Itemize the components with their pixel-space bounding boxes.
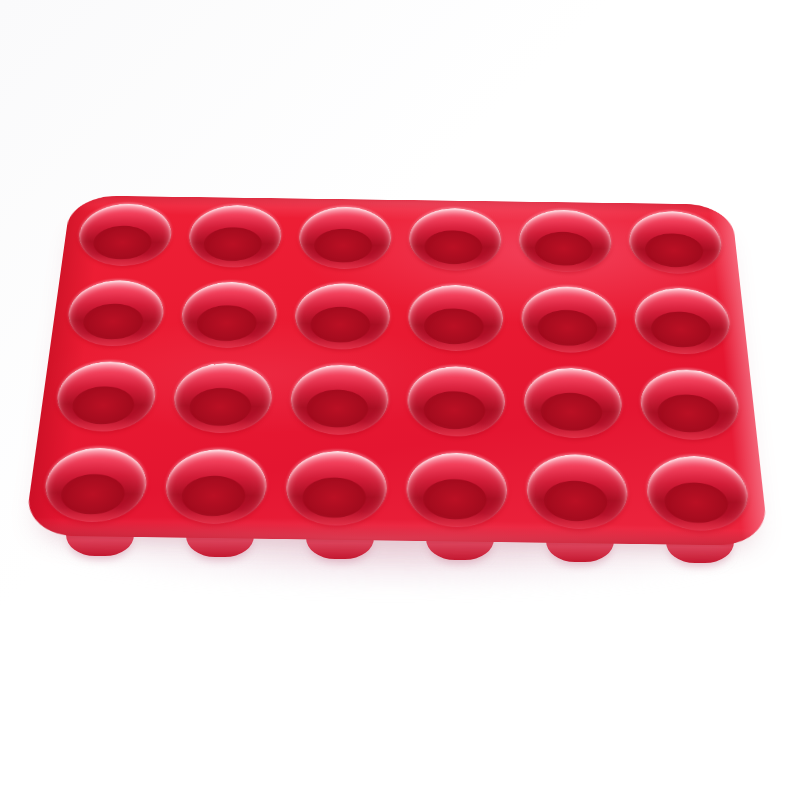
muffin-cavity-r4c2 xyxy=(163,449,269,525)
muffin-cavity-r3c3 xyxy=(289,364,389,435)
muffin-cavity-r2c2 xyxy=(179,281,279,348)
muffin-cavity-r3c1 xyxy=(53,361,159,432)
muffin-cavity-r1c2 xyxy=(186,205,283,268)
muffin-cavity-r1c6 xyxy=(627,211,724,274)
muffin-cavity-r2c5 xyxy=(521,286,619,353)
muffin-cavity-r3c2 xyxy=(171,363,274,434)
muffin-cavity-r4c3 xyxy=(284,450,387,526)
muffin-cavity-r1c1 xyxy=(75,203,174,266)
muffin-cavity-r2c6 xyxy=(633,288,733,355)
muffin-cavity-r1c3 xyxy=(298,206,392,269)
product-photo xyxy=(0,0,800,800)
muffin-cavity-r2c4 xyxy=(408,284,504,351)
muffin-cavity-r4c5 xyxy=(526,454,630,530)
cavity-grid xyxy=(41,203,752,531)
muffin-cavity-r1c4 xyxy=(409,208,502,271)
muffin-cavity-r1c5 xyxy=(518,209,613,272)
muffin-cavity-r4c1 xyxy=(41,447,150,523)
muffin-cavity-r2c1 xyxy=(64,280,166,347)
muffin-cavity-r4c6 xyxy=(645,455,752,531)
muffin-cavity-r3c4 xyxy=(407,366,506,437)
silicone-muffin-mold xyxy=(24,195,769,545)
muffin-cavity-r3c6 xyxy=(638,369,742,440)
muffin-cavity-r4c4 xyxy=(406,452,508,528)
muffin-cavity-r3c5 xyxy=(523,367,624,438)
muffin-cavity-r2c3 xyxy=(294,283,391,350)
